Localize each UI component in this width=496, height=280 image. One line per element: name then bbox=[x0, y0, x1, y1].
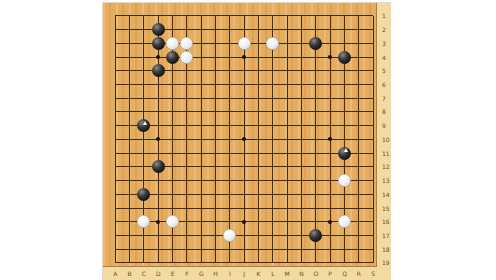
board-intersection[interactable] bbox=[137, 64, 151, 78]
board-intersection[interactable] bbox=[108, 119, 122, 133]
board-intersection[interactable] bbox=[251, 9, 265, 23]
board-intersection[interactable] bbox=[223, 229, 237, 243]
board-intersection[interactable] bbox=[266, 201, 280, 215]
board-intersection[interactable] bbox=[165, 160, 179, 174]
board-intersection[interactable] bbox=[352, 201, 366, 215]
board-intersection[interactable] bbox=[337, 146, 351, 160]
board-intersection[interactable] bbox=[165, 50, 179, 64]
board-intersection[interactable] bbox=[309, 146, 323, 160]
board-intersection[interactable] bbox=[122, 9, 136, 23]
board-intersection[interactable] bbox=[108, 91, 122, 105]
board-intersection[interactable] bbox=[323, 146, 337, 160]
board-intersection[interactable] bbox=[122, 133, 136, 147]
board-intersection[interactable] bbox=[266, 174, 280, 188]
board-intersection[interactable] bbox=[337, 201, 351, 215]
board-intersection[interactable] bbox=[251, 215, 265, 229]
board-intersection[interactable] bbox=[223, 37, 237, 51]
board-intersection[interactable] bbox=[309, 229, 323, 243]
board-intersection[interactable] bbox=[352, 9, 366, 23]
board-intersection[interactable] bbox=[352, 37, 366, 51]
board-intersection[interactable] bbox=[309, 242, 323, 256]
board-intersection[interactable] bbox=[251, 78, 265, 92]
board-intersection[interactable] bbox=[266, 242, 280, 256]
board-intersection[interactable] bbox=[165, 37, 179, 51]
board-intersection[interactable] bbox=[151, 9, 165, 23]
board-intersection[interactable] bbox=[151, 215, 165, 229]
board-intersection[interactable] bbox=[165, 64, 179, 78]
board-intersection[interactable] bbox=[294, 133, 308, 147]
board-intersection[interactable] bbox=[266, 160, 280, 174]
board-intersection[interactable] bbox=[180, 78, 194, 92]
board-intersection[interactable] bbox=[194, 64, 208, 78]
board-intersection[interactable] bbox=[151, 64, 165, 78]
board-intersection[interactable] bbox=[266, 78, 280, 92]
board-intersection[interactable] bbox=[180, 215, 194, 229]
board-intersection[interactable] bbox=[194, 9, 208, 23]
board-intersection[interactable] bbox=[165, 242, 179, 256]
board-intersection[interactable] bbox=[309, 91, 323, 105]
board-intersection[interactable] bbox=[151, 201, 165, 215]
board-intersection[interactable] bbox=[194, 133, 208, 147]
board-intersection[interactable] bbox=[137, 174, 151, 188]
board-intersection[interactable] bbox=[309, 37, 323, 51]
board-intersection[interactable] bbox=[151, 187, 165, 201]
board-intersection[interactable] bbox=[280, 9, 294, 23]
board-intersection[interactable] bbox=[337, 229, 351, 243]
board-intersection[interactable] bbox=[337, 78, 351, 92]
board-intersection[interactable] bbox=[251, 242, 265, 256]
board-intersection[interactable] bbox=[108, 105, 122, 119]
board-intersection[interactable] bbox=[137, 119, 151, 133]
board-intersection[interactable] bbox=[280, 146, 294, 160]
board-intersection[interactable] bbox=[180, 160, 194, 174]
board-intersection[interactable] bbox=[237, 23, 251, 37]
board-intersection[interactable] bbox=[208, 201, 222, 215]
board-intersection[interactable] bbox=[251, 119, 265, 133]
board-intersection[interactable] bbox=[251, 37, 265, 51]
board-intersection[interactable] bbox=[337, 119, 351, 133]
board-intersection[interactable] bbox=[237, 187, 251, 201]
board-intersection[interactable] bbox=[108, 9, 122, 23]
board-intersection[interactable] bbox=[194, 242, 208, 256]
board-intersection[interactable] bbox=[323, 50, 337, 64]
board-intersection[interactable] bbox=[251, 160, 265, 174]
board-intersection[interactable] bbox=[223, 133, 237, 147]
board-intersection[interactable] bbox=[208, 242, 222, 256]
board-intersection[interactable] bbox=[352, 105, 366, 119]
board-intersection[interactable] bbox=[151, 146, 165, 160]
board-intersection[interactable] bbox=[266, 133, 280, 147]
board-intersection[interactable] bbox=[151, 37, 165, 51]
board-intersection[interactable] bbox=[294, 37, 308, 51]
board-intersection[interactable] bbox=[352, 215, 366, 229]
board-intersection[interactable] bbox=[294, 78, 308, 92]
board-intersection[interactable] bbox=[280, 229, 294, 243]
board-intersection[interactable] bbox=[180, 105, 194, 119]
board-intersection[interactable] bbox=[151, 242, 165, 256]
board-intersection[interactable] bbox=[237, 64, 251, 78]
board-intersection[interactable] bbox=[352, 91, 366, 105]
board-intersection[interactable] bbox=[309, 187, 323, 201]
board-intersection[interactable] bbox=[294, 160, 308, 174]
board-intersection[interactable] bbox=[366, 160, 380, 174]
board-intersection[interactable] bbox=[122, 23, 136, 37]
board-intersection[interactable] bbox=[122, 146, 136, 160]
board-intersection[interactable] bbox=[280, 105, 294, 119]
board-intersection[interactable] bbox=[223, 78, 237, 92]
board-intersection[interactable] bbox=[180, 23, 194, 37]
board-intersection[interactable] bbox=[108, 242, 122, 256]
board-intersection[interactable] bbox=[165, 187, 179, 201]
board-intersection[interactable] bbox=[151, 133, 165, 147]
board-intersection[interactable] bbox=[366, 174, 380, 188]
board-intersection[interactable] bbox=[223, 119, 237, 133]
board-intersection[interactable] bbox=[337, 37, 351, 51]
board-intersection[interactable] bbox=[337, 160, 351, 174]
board-intersection[interactable] bbox=[108, 160, 122, 174]
board-intersection[interactable] bbox=[208, 37, 222, 51]
board-intersection[interactable] bbox=[366, 201, 380, 215]
board-intersection[interactable] bbox=[137, 23, 151, 37]
board-intersection[interactable] bbox=[337, 174, 351, 188]
board-intersection[interactable] bbox=[122, 105, 136, 119]
board-intersection[interactable] bbox=[323, 133, 337, 147]
board-intersection[interactable] bbox=[237, 9, 251, 23]
board-intersection[interactable] bbox=[337, 242, 351, 256]
board-intersection[interactable] bbox=[266, 229, 280, 243]
board-intersection[interactable] bbox=[108, 201, 122, 215]
board-intersection[interactable] bbox=[323, 160, 337, 174]
board-intersection[interactable] bbox=[352, 146, 366, 160]
board-intersection[interactable] bbox=[366, 37, 380, 51]
board-intersection[interactable] bbox=[366, 133, 380, 147]
board-intersection[interactable] bbox=[180, 242, 194, 256]
board-intersection[interactable] bbox=[266, 146, 280, 160]
board-intersection[interactable] bbox=[294, 119, 308, 133]
board-intersection[interactable] bbox=[122, 229, 136, 243]
board-intersection[interactable] bbox=[251, 229, 265, 243]
board-intersection[interactable] bbox=[137, 215, 151, 229]
board-intersection[interactable] bbox=[237, 37, 251, 51]
board-intersection[interactable] bbox=[223, 201, 237, 215]
board-intersection[interactable] bbox=[309, 133, 323, 147]
board-intersection[interactable] bbox=[237, 105, 251, 119]
board-intersection[interactable] bbox=[137, 201, 151, 215]
board-intersection[interactable] bbox=[266, 91, 280, 105]
board-intersection[interactable] bbox=[366, 91, 380, 105]
board-intersection[interactable] bbox=[122, 201, 136, 215]
board-intersection[interactable] bbox=[352, 133, 366, 147]
board-intersection[interactable] bbox=[323, 201, 337, 215]
board-intersection[interactable] bbox=[237, 242, 251, 256]
board-intersection[interactable] bbox=[237, 160, 251, 174]
board-intersection[interactable] bbox=[366, 9, 380, 23]
board-intersection[interactable] bbox=[223, 105, 237, 119]
board-intersection[interactable] bbox=[137, 146, 151, 160]
board-intersection[interactable] bbox=[337, 91, 351, 105]
board-intersection[interactable] bbox=[294, 215, 308, 229]
board-intersection[interactable] bbox=[237, 229, 251, 243]
board-intersection[interactable] bbox=[165, 201, 179, 215]
board-intersection[interactable] bbox=[309, 23, 323, 37]
board-intersection[interactable] bbox=[280, 78, 294, 92]
board-intersection[interactable] bbox=[194, 50, 208, 64]
board-intersection[interactable] bbox=[352, 187, 366, 201]
board-intersection[interactable] bbox=[137, 50, 151, 64]
board-intersection[interactable] bbox=[223, 64, 237, 78]
board-intersection[interactable] bbox=[137, 242, 151, 256]
board-intersection[interactable] bbox=[309, 9, 323, 23]
board-intersection[interactable] bbox=[294, 91, 308, 105]
board-intersection[interactable] bbox=[280, 174, 294, 188]
board-intersection[interactable] bbox=[309, 64, 323, 78]
board-intersection[interactable] bbox=[208, 78, 222, 92]
board-intersection[interactable] bbox=[280, 133, 294, 147]
board-intersection[interactable] bbox=[294, 242, 308, 256]
board-intersection[interactable] bbox=[208, 50, 222, 64]
board-intersection[interactable] bbox=[180, 174, 194, 188]
board-intersection[interactable] bbox=[323, 242, 337, 256]
board-intersection[interactable] bbox=[352, 174, 366, 188]
board-intersection[interactable] bbox=[108, 64, 122, 78]
board-intersection[interactable] bbox=[251, 146, 265, 160]
board-intersection[interactable] bbox=[366, 64, 380, 78]
board-intersection[interactable] bbox=[194, 119, 208, 133]
board-intersection[interactable] bbox=[151, 50, 165, 64]
board-intersection[interactable] bbox=[151, 174, 165, 188]
board-intersection[interactable] bbox=[280, 50, 294, 64]
board-intersection[interactable] bbox=[366, 50, 380, 64]
board-intersection[interactable] bbox=[366, 23, 380, 37]
board-intersection[interactable] bbox=[294, 229, 308, 243]
board-intersection[interactable] bbox=[280, 23, 294, 37]
board-intersection[interactable] bbox=[280, 119, 294, 133]
board-intersection[interactable] bbox=[223, 9, 237, 23]
board-intersection[interactable] bbox=[223, 242, 237, 256]
board-intersection[interactable] bbox=[180, 133, 194, 147]
board-intersection[interactable] bbox=[352, 23, 366, 37]
board-intersection[interactable] bbox=[266, 215, 280, 229]
board-intersection[interactable] bbox=[266, 9, 280, 23]
board-intersection[interactable] bbox=[280, 37, 294, 51]
board-intersection[interactable] bbox=[352, 242, 366, 256]
board-intersection[interactable] bbox=[266, 64, 280, 78]
board-intersection[interactable] bbox=[294, 201, 308, 215]
board-intersection[interactable] bbox=[180, 229, 194, 243]
board-intersection[interactable] bbox=[337, 50, 351, 64]
board-intersection[interactable] bbox=[108, 215, 122, 229]
board-intersection[interactable] bbox=[280, 91, 294, 105]
board-intersection[interactable] bbox=[366, 146, 380, 160]
board-intersection[interactable] bbox=[309, 119, 323, 133]
board-intersection[interactable] bbox=[237, 174, 251, 188]
board-intersection[interactable] bbox=[180, 201, 194, 215]
board-intersection[interactable] bbox=[165, 215, 179, 229]
board-intersection[interactable] bbox=[208, 174, 222, 188]
board-intersection[interactable] bbox=[323, 187, 337, 201]
board-intersection[interactable] bbox=[208, 119, 222, 133]
board-intersection[interactable] bbox=[337, 9, 351, 23]
board-intersection[interactable] bbox=[309, 201, 323, 215]
board-intersection[interactable] bbox=[323, 37, 337, 51]
board-intersection[interactable] bbox=[180, 37, 194, 51]
board-intersection[interactable] bbox=[108, 146, 122, 160]
board-intersection[interactable] bbox=[266, 50, 280, 64]
board-intersection[interactable] bbox=[165, 9, 179, 23]
board-intersection[interactable] bbox=[180, 50, 194, 64]
board-intersection[interactable] bbox=[251, 201, 265, 215]
board-intersection[interactable] bbox=[280, 160, 294, 174]
board-intersection[interactable] bbox=[337, 133, 351, 147]
board-intersection[interactable] bbox=[137, 133, 151, 147]
board-intersection[interactable] bbox=[151, 105, 165, 119]
board-intersection[interactable] bbox=[180, 119, 194, 133]
board-intersection[interactable] bbox=[352, 229, 366, 243]
board-intersection[interactable] bbox=[194, 105, 208, 119]
board-intersection[interactable] bbox=[194, 23, 208, 37]
board-intersection[interactable] bbox=[122, 174, 136, 188]
board-intersection[interactable] bbox=[208, 9, 222, 23]
board-intersection[interactable] bbox=[194, 91, 208, 105]
board-intersection[interactable] bbox=[366, 215, 380, 229]
board-intersection[interactable] bbox=[108, 174, 122, 188]
board-intersection[interactable] bbox=[309, 174, 323, 188]
board-intersection[interactable] bbox=[151, 78, 165, 92]
board-intersection[interactable] bbox=[294, 187, 308, 201]
board-intersection[interactable] bbox=[237, 119, 251, 133]
board-intersection[interactable] bbox=[280, 64, 294, 78]
board-intersection[interactable] bbox=[151, 119, 165, 133]
board-intersection[interactable] bbox=[194, 160, 208, 174]
board-intersection[interactable] bbox=[294, 9, 308, 23]
board-intersection[interactable] bbox=[280, 187, 294, 201]
board-intersection[interactable] bbox=[165, 229, 179, 243]
board-intersection[interactable] bbox=[180, 9, 194, 23]
board-intersection[interactable] bbox=[352, 50, 366, 64]
board-intersection[interactable] bbox=[366, 187, 380, 201]
board-intersection[interactable] bbox=[122, 119, 136, 133]
board-intersection[interactable] bbox=[137, 187, 151, 201]
board-intersection[interactable] bbox=[180, 91, 194, 105]
board-intersection[interactable] bbox=[223, 23, 237, 37]
board-intersection[interactable] bbox=[165, 133, 179, 147]
board-intersection[interactable] bbox=[337, 105, 351, 119]
board-intersection[interactable] bbox=[237, 133, 251, 147]
board-intersection[interactable] bbox=[165, 91, 179, 105]
board-intersection[interactable] bbox=[323, 23, 337, 37]
board-intersection[interactable] bbox=[165, 146, 179, 160]
board-intersection[interactable] bbox=[251, 50, 265, 64]
board-intersection[interactable] bbox=[352, 160, 366, 174]
board-intersection[interactable] bbox=[151, 229, 165, 243]
board-intersection[interactable] bbox=[280, 242, 294, 256]
board-intersection[interactable] bbox=[366, 78, 380, 92]
board-intersection[interactable] bbox=[151, 160, 165, 174]
board-intersection[interactable] bbox=[352, 119, 366, 133]
board-intersection[interactable] bbox=[108, 78, 122, 92]
board-intersection[interactable] bbox=[122, 78, 136, 92]
board-intersection[interactable] bbox=[122, 50, 136, 64]
board-intersection[interactable] bbox=[280, 201, 294, 215]
board-intersection[interactable] bbox=[208, 229, 222, 243]
board-intersection[interactable] bbox=[266, 187, 280, 201]
board-intersection[interactable] bbox=[165, 174, 179, 188]
board-intersection[interactable] bbox=[108, 229, 122, 243]
board-intersection[interactable] bbox=[151, 91, 165, 105]
board-intersection[interactable] bbox=[223, 160, 237, 174]
board-intersection[interactable] bbox=[122, 160, 136, 174]
board-intersection[interactable] bbox=[151, 23, 165, 37]
board-intersection[interactable] bbox=[208, 160, 222, 174]
board-intersection[interactable] bbox=[137, 91, 151, 105]
board-intersection[interactable] bbox=[323, 119, 337, 133]
board-intersection[interactable] bbox=[223, 91, 237, 105]
board-intersection[interactable] bbox=[194, 174, 208, 188]
board-intersection[interactable] bbox=[208, 91, 222, 105]
board-intersection[interactable] bbox=[251, 64, 265, 78]
board-intersection[interactable] bbox=[208, 64, 222, 78]
board-intersection[interactable] bbox=[337, 64, 351, 78]
board-intersection[interactable] bbox=[294, 174, 308, 188]
board-intersection[interactable] bbox=[208, 215, 222, 229]
board-intersection[interactable] bbox=[194, 78, 208, 92]
board-intersection[interactable] bbox=[165, 23, 179, 37]
board-intersection[interactable] bbox=[194, 187, 208, 201]
board-intersection[interactable] bbox=[223, 215, 237, 229]
board-intersection[interactable] bbox=[194, 229, 208, 243]
board-intersection[interactable] bbox=[208, 133, 222, 147]
board-intersection[interactable] bbox=[180, 187, 194, 201]
board-intersection[interactable] bbox=[137, 37, 151, 51]
board-intersection[interactable] bbox=[323, 229, 337, 243]
board-intersection[interactable] bbox=[137, 105, 151, 119]
board-intersection[interactable] bbox=[266, 37, 280, 51]
board-intersection[interactable] bbox=[137, 78, 151, 92]
board-intersection[interactable] bbox=[180, 146, 194, 160]
board-intersection[interactable] bbox=[194, 215, 208, 229]
board-intersection[interactable] bbox=[137, 229, 151, 243]
board-intersection[interactable] bbox=[237, 78, 251, 92]
board-intersection[interactable] bbox=[323, 215, 337, 229]
board-intersection[interactable] bbox=[294, 50, 308, 64]
board-intersection[interactable] bbox=[208, 105, 222, 119]
board-intersection[interactable] bbox=[194, 201, 208, 215]
board-intersection[interactable] bbox=[108, 50, 122, 64]
board-intersection[interactable] bbox=[208, 23, 222, 37]
board-intersection[interactable] bbox=[294, 146, 308, 160]
board-intersection[interactable] bbox=[122, 242, 136, 256]
board-intersection[interactable] bbox=[352, 78, 366, 92]
board-intersection[interactable] bbox=[266, 119, 280, 133]
board-intersection[interactable] bbox=[194, 146, 208, 160]
board-intersection[interactable] bbox=[294, 64, 308, 78]
board-intersection[interactable] bbox=[251, 174, 265, 188]
board-intersection[interactable] bbox=[137, 9, 151, 23]
board-intersection[interactable] bbox=[309, 105, 323, 119]
board-intersection[interactable] bbox=[208, 146, 222, 160]
board-intersection[interactable] bbox=[251, 187, 265, 201]
board-intersection[interactable] bbox=[122, 215, 136, 229]
board-intersection[interactable] bbox=[165, 105, 179, 119]
board-intersection[interactable] bbox=[108, 187, 122, 201]
board-intersection[interactable] bbox=[337, 215, 351, 229]
board-intersection[interactable] bbox=[309, 160, 323, 174]
board-intersection[interactable] bbox=[180, 64, 194, 78]
board-intersection[interactable] bbox=[122, 64, 136, 78]
board-intersection[interactable] bbox=[223, 187, 237, 201]
board-intersection[interactable] bbox=[352, 64, 366, 78]
board-intersection[interactable] bbox=[309, 215, 323, 229]
